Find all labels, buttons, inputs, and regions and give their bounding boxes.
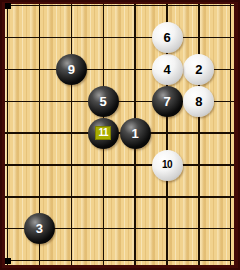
stone-5: 5 — [88, 86, 119, 117]
stone-number: 2 — [195, 63, 202, 76]
stone-3: 3 — [24, 213, 55, 244]
last-move-highlight: 11 — [95, 126, 111, 140]
stone-number: 7 — [163, 95, 170, 108]
stone-9: 9 — [56, 54, 87, 85]
stone-number: 1 — [131, 127, 138, 140]
grid-line-vertical — [71, 4, 72, 265]
stone-4: 4 — [152, 54, 183, 85]
grid-line-vertical — [198, 4, 199, 265]
stone-11: 11 — [88, 118, 119, 149]
stone-number: 8 — [195, 95, 202, 108]
stone-number: 5 — [100, 95, 107, 108]
stone-10: 10 — [152, 150, 183, 181]
stone-number: 4 — [163, 63, 170, 76]
stone-7: 7 — [152, 86, 183, 117]
stone-number: 11 — [98, 128, 108, 138]
go-diagram-window: 1234567891011 — [0, 0, 240, 270]
stone-number: 10 — [162, 160, 172, 170]
go-board[interactable]: 1234567891011 — [5, 4, 234, 265]
stone-number: 9 — [68, 63, 75, 76]
stone-6: 6 — [152, 22, 183, 53]
stone-number: 6 — [163, 31, 170, 44]
grid-line-vertical — [7, 4, 8, 265]
grid-line-horizontal — [5, 164, 234, 165]
grid-line-horizontal — [5, 196, 234, 197]
grid-line-horizontal — [5, 5, 234, 6]
board-corner-marker — [5, 258, 11, 264]
stone-1: 1 — [120, 118, 151, 149]
grid-line-horizontal — [5, 37, 234, 38]
grid-line-vertical — [230, 4, 231, 265]
grid-line-horizontal — [5, 260, 234, 261]
board-corner-marker — [5, 3, 11, 9]
stone-2: 2 — [183, 54, 214, 85]
stone-number: 3 — [36, 222, 43, 235]
stone-8: 8 — [183, 86, 214, 117]
